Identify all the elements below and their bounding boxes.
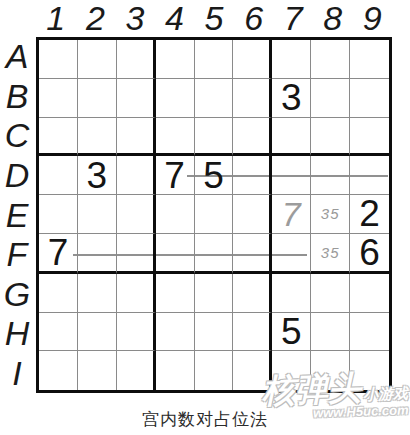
cell-C3[interactable] — [117, 118, 156, 157]
cell-F2[interactable] — [78, 234, 117, 274]
given-digit-D2: 3 — [87, 157, 108, 194]
cell-A6[interactable] — [233, 40, 272, 79]
cell-I6[interactable] — [233, 351, 272, 390]
column-label-6: 6 — [234, 0, 274, 36]
column-labels: 123456789 — [36, 0, 392, 36]
cell-C9[interactable] — [350, 118, 389, 157]
cell-B3[interactable] — [117, 79, 156, 118]
sudoku-diagram: 123456789 ABCDEFGHI 3375735273565 宫内数对占位… — [0, 0, 410, 435]
cell-H5[interactable] — [195, 313, 234, 352]
cell-G2[interactable] — [78, 274, 117, 313]
cell-C1[interactable] — [39, 118, 78, 157]
cell-F5[interactable] — [195, 234, 234, 274]
cell-H9[interactable] — [350, 313, 389, 352]
cell-D8[interactable] — [311, 156, 350, 195]
cell-D5[interactable]: 5 — [195, 156, 234, 195]
cell-I2[interactable] — [78, 351, 117, 390]
cell-E9[interactable]: 2 — [350, 195, 389, 234]
given-digit-D4: 7 — [164, 157, 185, 194]
cell-C6[interactable] — [233, 118, 272, 157]
cell-B5[interactable] — [195, 79, 234, 118]
cell-A8[interactable] — [311, 40, 350, 79]
cell-C7[interactable] — [272, 118, 311, 157]
row-label-A: A — [0, 37, 34, 77]
column-label-2: 2 — [76, 0, 116, 36]
cell-I7[interactable] — [272, 351, 311, 390]
cell-C2[interactable] — [78, 118, 117, 157]
cell-I8[interactable] — [311, 351, 350, 390]
cell-B2[interactable] — [78, 79, 117, 118]
row-label-B: B — [0, 77, 34, 117]
column-label-5: 5 — [194, 0, 234, 36]
cell-E3[interactable] — [117, 195, 156, 234]
row-label-F: F — [0, 235, 34, 275]
column-label-7: 7 — [273, 0, 313, 36]
cell-A9[interactable] — [350, 40, 389, 79]
cell-E1[interactable] — [39, 195, 78, 234]
cell-F6[interactable] — [233, 234, 272, 274]
cell-F7[interactable] — [272, 234, 311, 274]
sudoku-board: 3375735273565 — [36, 37, 392, 393]
cell-A2[interactable] — [78, 40, 117, 79]
cell-B1[interactable] — [39, 79, 78, 118]
given-digit-B7: 3 — [281, 79, 302, 116]
given-digit-F9: 6 — [359, 234, 380, 271]
caption: 宫内数对占位法 — [0, 408, 410, 431]
given-digit-F1: 7 — [48, 234, 69, 271]
cell-I5[interactable] — [195, 351, 234, 390]
gray-digit-E7: 7 — [282, 197, 301, 231]
given-digit-H7: 5 — [281, 313, 302, 350]
column-label-3: 3 — [115, 0, 155, 36]
cell-A3[interactable] — [117, 40, 156, 79]
row-label-D: D — [0, 156, 34, 196]
pencil-marks-E8: 35 — [321, 206, 340, 221]
cell-A5[interactable] — [195, 40, 234, 79]
cell-G7[interactable] — [272, 274, 311, 313]
cell-B6[interactable] — [233, 79, 272, 118]
cell-G6[interactable] — [233, 274, 272, 313]
cell-B9[interactable] — [350, 79, 389, 118]
cell-H7[interactable]: 5 — [272, 313, 311, 352]
cell-H6[interactable] — [233, 313, 272, 352]
cell-I3[interactable] — [117, 351, 156, 390]
cell-G9[interactable] — [350, 274, 389, 313]
cell-A4[interactable] — [156, 40, 195, 79]
given-digit-E9: 2 — [359, 195, 380, 232]
cell-D6[interactable] — [233, 156, 272, 195]
cell-G4[interactable] — [156, 274, 195, 313]
cell-E8[interactable]: 35 — [311, 195, 350, 234]
cell-E6[interactable] — [233, 195, 272, 234]
column-label-9: 9 — [353, 0, 393, 36]
cell-B8[interactable] — [311, 79, 350, 118]
cell-C4[interactable] — [156, 118, 195, 157]
cell-G1[interactable] — [39, 274, 78, 313]
cell-H4[interactable] — [156, 313, 195, 352]
row-label-E: E — [0, 195, 34, 235]
cell-F8[interactable]: 35 — [311, 234, 350, 274]
given-digit-D5: 5 — [203, 157, 224, 194]
cell-H3[interactable] — [117, 313, 156, 352]
row-label-H: H — [0, 314, 34, 354]
row-label-C: C — [0, 116, 34, 156]
cell-I1[interactable] — [39, 351, 78, 390]
row-label-G: G — [0, 274, 34, 314]
row-labels: ABCDEFGHI — [0, 37, 34, 393]
cell-G3[interactable] — [117, 274, 156, 313]
cell-F1[interactable]: 7 — [39, 234, 78, 274]
cell-B4[interactable] — [156, 79, 195, 118]
cell-H8[interactable] — [311, 313, 350, 352]
cell-H1[interactable] — [39, 313, 78, 352]
cell-F4[interactable] — [156, 234, 195, 274]
column-label-1: 1 — [36, 0, 76, 36]
cell-D4[interactable]: 7 — [156, 156, 195, 195]
cell-E2[interactable] — [78, 195, 117, 234]
cell-C8[interactable] — [311, 118, 350, 157]
cell-F3[interactable] — [117, 234, 156, 274]
cell-A7[interactable] — [272, 40, 311, 79]
cell-E7[interactable]: 7 — [272, 195, 311, 234]
cell-A1[interactable] — [39, 40, 78, 79]
cell-I4[interactable] — [156, 351, 195, 390]
cell-D7[interactable] — [272, 156, 311, 195]
cell-F9[interactable]: 6 — [350, 234, 389, 274]
cell-E5[interactable] — [195, 195, 234, 234]
cell-D9[interactable] — [350, 156, 389, 195]
cell-D3[interactable] — [117, 156, 156, 195]
cell-G5[interactable] — [195, 274, 234, 313]
cell-C5[interactable] — [195, 118, 234, 157]
column-label-8: 8 — [313, 0, 353, 36]
cell-B7[interactable]: 3 — [272, 79, 311, 118]
pencil-marks-F8: 35 — [321, 245, 340, 260]
row-label-I: I — [0, 354, 34, 394]
column-label-4: 4 — [155, 0, 195, 36]
cell-D1[interactable] — [39, 156, 78, 195]
cell-H2[interactable] — [78, 313, 117, 352]
cell-I9[interactable] — [350, 351, 389, 390]
cell-G8[interactable] — [311, 274, 350, 313]
cell-D2[interactable]: 3 — [78, 156, 117, 195]
cell-E4[interactable] — [156, 195, 195, 234]
